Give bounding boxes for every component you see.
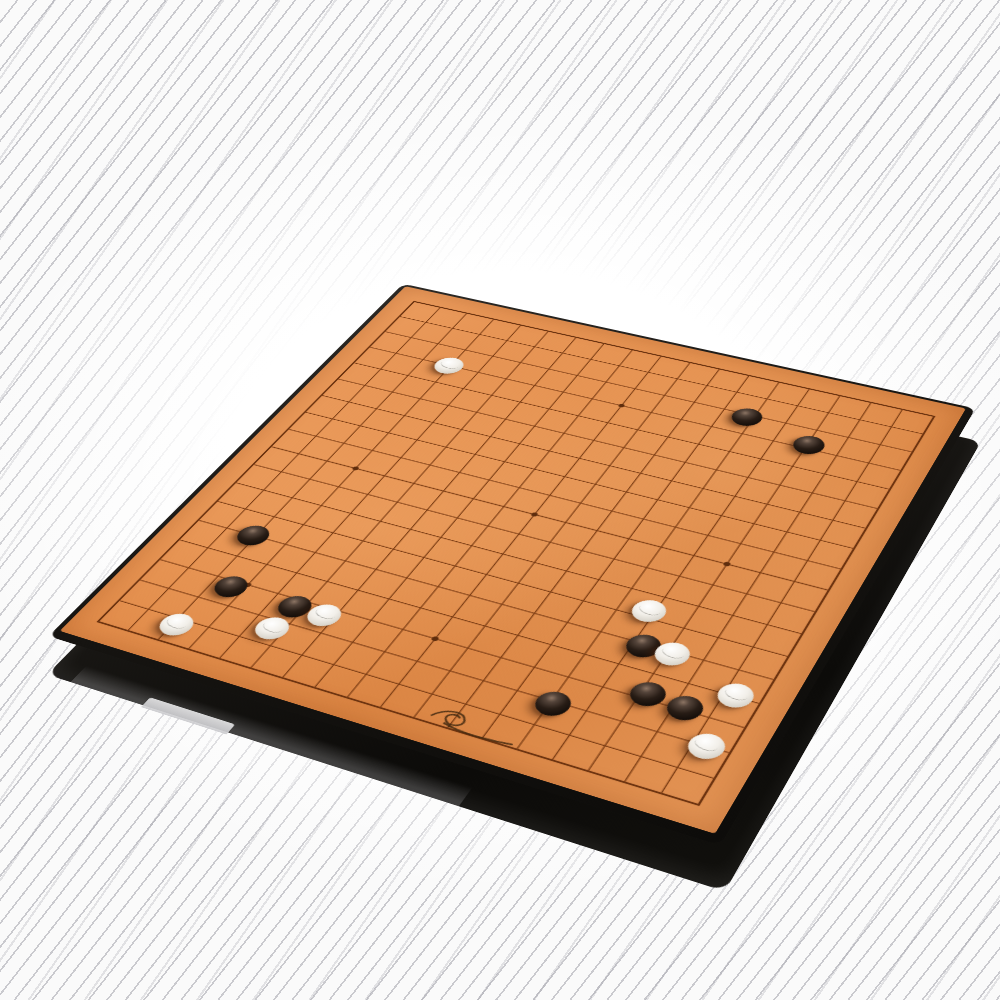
- star-point: [801, 446, 809, 451]
- board-scene: [174, 154, 894, 874]
- star-point: [447, 364, 455, 368]
- star-point: [430, 636, 439, 642]
- white-stone: [429, 355, 468, 376]
- photo-stage: [0, 0, 1000, 1000]
- star-point: [618, 403, 626, 407]
- black-stone: [789, 433, 829, 456]
- star-point: [723, 561, 732, 566]
- black-stone: [727, 406, 767, 429]
- star-point: [351, 466, 359, 471]
- star-point: [530, 512, 539, 517]
